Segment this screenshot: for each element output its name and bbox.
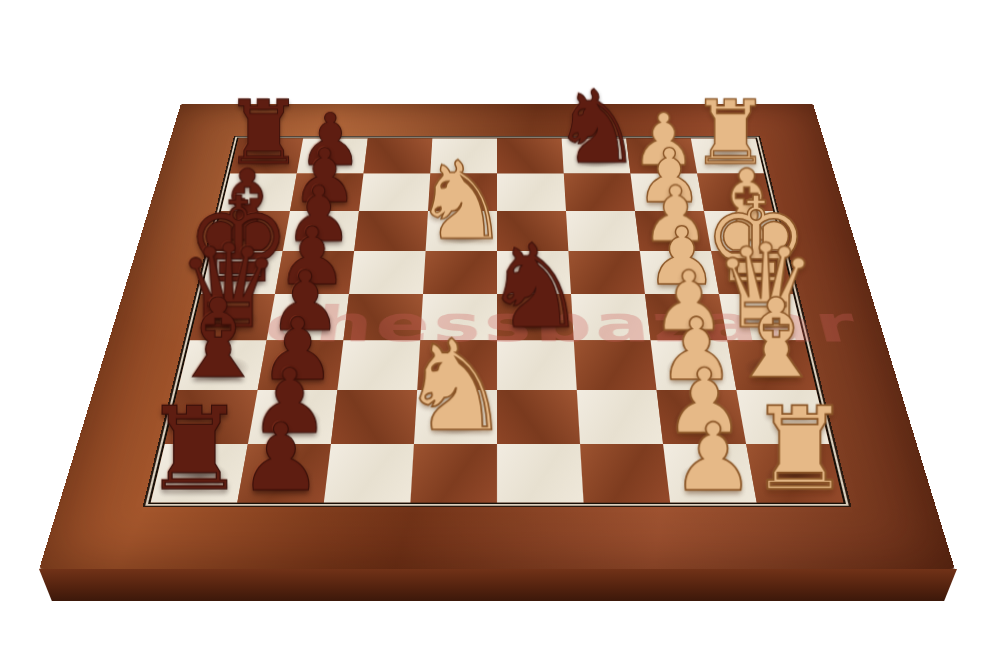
black-rook-a8[interactable]: ♜	[143, 398, 246, 501]
square-a1[interactable]: ♜	[746, 444, 843, 502]
white-rook-a1[interactable]: ♜	[748, 398, 851, 501]
product-photo-canvas: { "game": "chess", "position": { "fen": …	[0, 0, 1000, 667]
square-a7[interactable]: ♟	[237, 444, 331, 502]
square-a6[interactable]	[324, 444, 414, 502]
board-grid: ♜♟♞♟♜♟♟♝♟♞♟♝♚♟♟♚♛♟♞♟♛♝♟♟♝♟♞♟♜♟♟♜	[151, 138, 844, 502]
square-b5[interactable]: ♞	[414, 390, 497, 444]
chess-board: ♜♟♞♟♜♟♟♝♟♞♟♝♚♟♟♚♛♟♞♟♛♝♟♟♝♟♞♟♜♟♟♜ chessba…	[39, 104, 955, 570]
square-a8[interactable]: ♜	[151, 444, 248, 502]
white-pawn-a2[interactable]: ♟	[671, 417, 755, 501]
square-h3[interactable]: ♞	[562, 138, 631, 173]
square-e6[interactable]	[349, 251, 426, 294]
square-a2[interactable]: ♟	[663, 444, 757, 502]
square-a5[interactable]	[410, 444, 497, 502]
square-g3[interactable]	[564, 174, 635, 211]
square-b3[interactable]	[577, 390, 663, 444]
white-knight-b5[interactable]: ♞	[399, 329, 512, 442]
square-a4[interactable]	[497, 444, 584, 502]
square-a3[interactable]	[580, 444, 670, 502]
square-c3[interactable]	[574, 340, 657, 390]
board-edge	[39, 569, 957, 601]
black-pawn-a7[interactable]: ♟	[239, 417, 323, 501]
black-knight-h3[interactable]: ♞	[552, 82, 642, 173]
photo-scene: ♜♟♞♟♜♟♟♝♟♞♟♝♚♟♟♚♛♟♞♟♛♝♟♟♝♟♞♟♜♟♟♜ chessba…	[0, 0, 1000, 667]
